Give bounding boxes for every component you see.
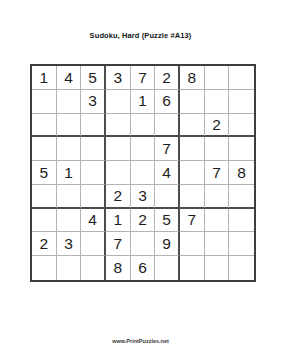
cell-r7c8-empty[interactable] — [205, 209, 230, 233]
cell-r6c2-empty[interactable] — [57, 185, 82, 209]
cell-r3c3-empty[interactable] — [81, 114, 106, 138]
cell-r7c3-given: 4 — [81, 209, 106, 233]
cell-r5c6-given: 4 — [155, 161, 180, 185]
puzzle-title: Sudoku, Hard (Puzzle #A13) — [0, 31, 281, 40]
cell-r8c6-given: 9 — [155, 232, 180, 256]
cell-r5c7-empty[interactable] — [180, 161, 205, 185]
cell-r1c3-given: 5 — [81, 66, 106, 90]
cell-r1c6-given: 2 — [155, 66, 180, 90]
cell-r5c9-given: 8 — [229, 161, 254, 185]
cell-r3c4-empty[interactable] — [106, 114, 131, 138]
cell-r1c9-empty[interactable] — [229, 66, 254, 90]
cell-r9c1-empty[interactable] — [32, 256, 57, 280]
cell-r8c7-empty[interactable] — [180, 232, 205, 256]
cell-r6c7-empty[interactable] — [180, 185, 205, 209]
cell-r7c6-given: 5 — [155, 209, 180, 233]
cell-r5c2-given: 1 — [57, 161, 82, 185]
cell-r5c1-given: 5 — [32, 161, 57, 185]
cell-r5c4-empty[interactable] — [106, 161, 131, 185]
cell-r3c7-empty[interactable] — [180, 114, 205, 138]
puzzle-page: Sudoku, Hard (Puzzle #A13) 1453728316275… — [0, 0, 281, 363]
cell-r4c9-empty[interactable] — [229, 137, 254, 161]
cell-r9c4-given: 8 — [106, 256, 131, 280]
cell-r1c7-given: 8 — [180, 66, 205, 90]
cell-r1c2-given: 4 — [57, 66, 82, 90]
cell-r6c3-empty[interactable] — [81, 185, 106, 209]
cell-r2c9-empty[interactable] — [229, 90, 254, 114]
cell-r1c5-given: 7 — [131, 66, 156, 90]
cell-r8c9-empty[interactable] — [229, 232, 254, 256]
cell-r5c3-empty[interactable] — [81, 161, 106, 185]
cell-r7c1-empty[interactable] — [32, 209, 57, 233]
cell-r8c1-given: 2 — [32, 232, 57, 256]
cell-r5c5-empty[interactable] — [131, 161, 156, 185]
cell-r2c3-given: 3 — [81, 90, 106, 114]
cell-r6c4-given: 2 — [106, 185, 131, 209]
cell-r3c2-empty[interactable] — [57, 114, 82, 138]
cell-r9c3-empty[interactable] — [81, 256, 106, 280]
sudoku-board: 145372831627514782341257237986 — [30, 64, 256, 282]
cell-r3c6-empty[interactable] — [155, 114, 180, 138]
cell-r3c1-empty[interactable] — [32, 114, 57, 138]
cell-r9c8-empty[interactable] — [205, 256, 230, 280]
cell-r6c6-empty[interactable] — [155, 185, 180, 209]
cell-r9c9-empty[interactable] — [229, 256, 254, 280]
cell-r7c2-empty[interactable] — [57, 209, 82, 233]
cell-r9c7-empty[interactable] — [180, 256, 205, 280]
cell-r9c2-empty[interactable] — [57, 256, 82, 280]
cell-r3c9-empty[interactable] — [229, 114, 254, 138]
cell-r2c2-empty[interactable] — [57, 90, 82, 114]
cell-r8c8-empty[interactable] — [205, 232, 230, 256]
cell-r6c1-empty[interactable] — [32, 185, 57, 209]
cell-r1c8-empty[interactable] — [205, 66, 230, 90]
cell-r9c6-empty[interactable] — [155, 256, 180, 280]
cell-r4c1-empty[interactable] — [32, 137, 57, 161]
cell-r8c4-given: 7 — [106, 232, 131, 256]
cell-r4c7-empty[interactable] — [180, 137, 205, 161]
cell-r8c2-given: 3 — [57, 232, 82, 256]
cell-r8c5-empty[interactable] — [131, 232, 156, 256]
cell-r1c1-given: 1 — [32, 66, 57, 90]
cell-r9c5-given: 6 — [131, 256, 156, 280]
cell-r3c8-given: 2 — [205, 114, 230, 138]
cell-r2c1-empty[interactable] — [32, 90, 57, 114]
cell-r2c7-empty[interactable] — [180, 90, 205, 114]
cell-r4c5-empty[interactable] — [131, 137, 156, 161]
cell-r8c3-empty[interactable] — [81, 232, 106, 256]
cell-r4c4-empty[interactable] — [106, 137, 131, 161]
cell-r7c7-given: 7 — [180, 209, 205, 233]
cell-r2c4-empty[interactable] — [106, 90, 131, 114]
cell-r3c5-empty[interactable] — [131, 114, 156, 138]
cell-r4c3-empty[interactable] — [81, 137, 106, 161]
cell-r7c9-empty[interactable] — [229, 209, 254, 233]
cell-r5c8-given: 7 — [205, 161, 230, 185]
cell-r2c6-given: 6 — [155, 90, 180, 114]
cell-r6c5-given: 3 — [131, 185, 156, 209]
cell-r7c4-given: 1 — [106, 209, 131, 233]
cell-r1c4-given: 3 — [106, 66, 131, 90]
cell-r4c2-empty[interactable] — [57, 137, 82, 161]
footer-url: www.PrintPuzzles.net — [0, 338, 281, 345]
cell-r2c5-given: 1 — [131, 90, 156, 114]
cell-r2c8-empty[interactable] — [205, 90, 230, 114]
cell-r4c8-empty[interactable] — [205, 137, 230, 161]
cell-r4c6-given: 7 — [155, 137, 180, 161]
cell-r6c8-empty[interactable] — [205, 185, 230, 209]
cell-r7c5-given: 2 — [131, 209, 156, 233]
cell-r6c9-empty[interactable] — [229, 185, 254, 209]
